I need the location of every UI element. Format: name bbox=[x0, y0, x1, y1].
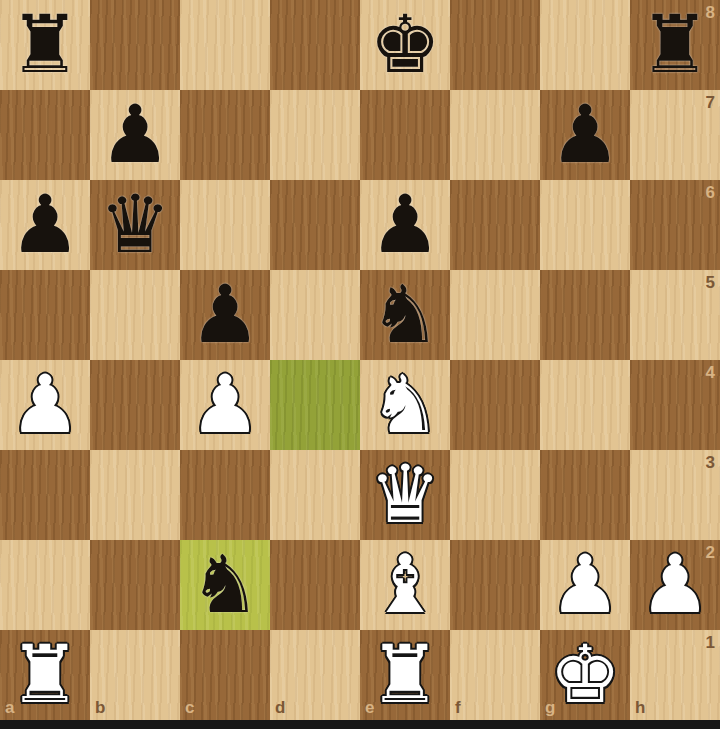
square-g7[interactable]: ♟ bbox=[540, 90, 630, 180]
white-pawn-c4[interactable]: ♟ bbox=[180, 360, 270, 450]
black-pawn-a6[interactable]: ♟ bbox=[0, 180, 90, 270]
square-f4[interactable] bbox=[450, 360, 540, 450]
black-queen-b6[interactable]: ♛ bbox=[90, 180, 180, 270]
square-b6[interactable]: ♛ bbox=[90, 180, 180, 270]
file-label-c: c bbox=[185, 698, 194, 718]
square-c8[interactable] bbox=[180, 0, 270, 90]
white-pawn-a4[interactable]: ♟ bbox=[0, 360, 90, 450]
square-g3[interactable] bbox=[540, 450, 630, 540]
square-f2[interactable] bbox=[450, 540, 540, 630]
square-g2[interactable]: ♟ bbox=[540, 540, 630, 630]
square-e2[interactable]: ♝ bbox=[360, 540, 450, 630]
square-c2[interactable]: ♞ bbox=[180, 540, 270, 630]
square-f7[interactable] bbox=[450, 90, 540, 180]
square-h4[interactable]: 4 bbox=[630, 360, 720, 450]
file-label-e: e bbox=[365, 698, 374, 718]
square-a1[interactable]: a♜ bbox=[0, 630, 90, 720]
square-h2[interactable]: 2♟ bbox=[630, 540, 720, 630]
square-d7[interactable] bbox=[270, 90, 360, 180]
black-king-e8[interactable]: ♚ bbox=[360, 0, 450, 90]
square-f5[interactable] bbox=[450, 270, 540, 360]
square-a4[interactable]: ♟ bbox=[0, 360, 90, 450]
square-f3[interactable] bbox=[450, 450, 540, 540]
rank-label-6: 6 bbox=[706, 183, 715, 203]
square-c5[interactable]: ♟ bbox=[180, 270, 270, 360]
black-knight-e5[interactable]: ♞ bbox=[360, 270, 450, 360]
square-h8[interactable]: 8♜ bbox=[630, 0, 720, 90]
square-g4[interactable] bbox=[540, 360, 630, 450]
rank-label-3: 3 bbox=[706, 453, 715, 473]
white-pawn-g2[interactable]: ♟ bbox=[540, 540, 630, 630]
square-e5[interactable]: ♞ bbox=[360, 270, 450, 360]
square-h6[interactable]: 6 bbox=[630, 180, 720, 270]
square-b4[interactable] bbox=[90, 360, 180, 450]
file-label-h: h bbox=[635, 698, 645, 718]
square-f6[interactable] bbox=[450, 180, 540, 270]
square-h7[interactable]: 7 bbox=[630, 90, 720, 180]
square-a3[interactable] bbox=[0, 450, 90, 540]
square-h5[interactable]: 5 bbox=[630, 270, 720, 360]
square-e7[interactable] bbox=[360, 90, 450, 180]
file-label-b: b bbox=[95, 698, 105, 718]
square-d4[interactable] bbox=[270, 360, 360, 450]
square-a6[interactable]: ♟ bbox=[0, 180, 90, 270]
square-e8[interactable]: ♚ bbox=[360, 0, 450, 90]
rank-label-1: 1 bbox=[706, 633, 715, 653]
rank-label-4: 4 bbox=[706, 363, 715, 383]
black-knight-c2[interactable]: ♞ bbox=[180, 540, 270, 630]
chess-board: ♜♚8♜♟♟7♟♛♟6♟♞5♟♟♞4♛3♞♝♟2♟a♜bcde♜fg♚1h bbox=[0, 0, 720, 720]
file-label-d: d bbox=[275, 698, 285, 718]
square-b7[interactable]: ♟ bbox=[90, 90, 180, 180]
square-h1[interactable]: 1h bbox=[630, 630, 720, 720]
square-d6[interactable] bbox=[270, 180, 360, 270]
white-queen-e3[interactable]: ♛ bbox=[360, 450, 450, 540]
square-e3[interactable]: ♛ bbox=[360, 450, 450, 540]
square-d1[interactable]: d bbox=[270, 630, 360, 720]
square-g1[interactable]: g♚ bbox=[540, 630, 630, 720]
square-b2[interactable] bbox=[90, 540, 180, 630]
square-d5[interactable] bbox=[270, 270, 360, 360]
square-g5[interactable] bbox=[540, 270, 630, 360]
square-f8[interactable] bbox=[450, 0, 540, 90]
black-pawn-g7[interactable]: ♟ bbox=[540, 90, 630, 180]
black-pawn-c5[interactable]: ♟ bbox=[180, 270, 270, 360]
square-c7[interactable] bbox=[180, 90, 270, 180]
square-g8[interactable] bbox=[540, 0, 630, 90]
rank-label-8: 8 bbox=[706, 3, 715, 23]
square-d8[interactable] bbox=[270, 0, 360, 90]
square-c3[interactable] bbox=[180, 450, 270, 540]
square-f1[interactable]: f bbox=[450, 630, 540, 720]
square-b8[interactable] bbox=[90, 0, 180, 90]
square-c6[interactable] bbox=[180, 180, 270, 270]
square-a7[interactable] bbox=[0, 90, 90, 180]
square-g6[interactable] bbox=[540, 180, 630, 270]
square-b1[interactable]: b bbox=[90, 630, 180, 720]
square-b3[interactable] bbox=[90, 450, 180, 540]
square-e4[interactable]: ♞ bbox=[360, 360, 450, 450]
square-c1[interactable]: c bbox=[180, 630, 270, 720]
square-h3[interactable]: 3 bbox=[630, 450, 720, 540]
square-c4[interactable]: ♟ bbox=[180, 360, 270, 450]
square-a8[interactable]: ♜ bbox=[0, 0, 90, 90]
file-label-a: a bbox=[5, 698, 14, 718]
black-pawn-b7[interactable]: ♟ bbox=[90, 90, 180, 180]
rank-label-2: 2 bbox=[706, 543, 715, 563]
square-d3[interactable] bbox=[270, 450, 360, 540]
rank-label-7: 7 bbox=[706, 93, 715, 113]
square-a2[interactable] bbox=[0, 540, 90, 630]
square-e1[interactable]: e♜ bbox=[360, 630, 450, 720]
square-d2[interactable] bbox=[270, 540, 360, 630]
white-bishop-e2[interactable]: ♝ bbox=[360, 540, 450, 630]
rank-label-5: 5 bbox=[706, 273, 715, 293]
square-a5[interactable] bbox=[0, 270, 90, 360]
bottom-bar bbox=[0, 720, 720, 729]
white-knight-e4[interactable]: ♞ bbox=[360, 360, 450, 450]
black-pawn-e6[interactable]: ♟ bbox=[360, 180, 450, 270]
black-rook-a8[interactable]: ♜ bbox=[0, 0, 90, 90]
square-b5[interactable] bbox=[90, 270, 180, 360]
file-label-f: f bbox=[455, 698, 461, 718]
file-label-g: g bbox=[545, 698, 555, 718]
square-e6[interactable]: ♟ bbox=[360, 180, 450, 270]
